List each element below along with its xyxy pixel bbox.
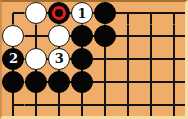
intersection: [94, 93, 117, 116]
intersection: [71, 25, 94, 48]
intersection: [94, 48, 117, 71]
intersection: [162, 93, 185, 116]
intersection: [116, 25, 139, 48]
intersection: 1: [71, 2, 94, 25]
intersection: [162, 2, 185, 25]
stone-black: [71, 71, 93, 93]
stone-black: [94, 2, 116, 24]
intersection: [25, 25, 48, 48]
intersection: [25, 48, 48, 71]
intersection: [139, 70, 162, 93]
intersection: 2: [2, 48, 25, 71]
move-number-label: 2: [9, 52, 18, 65]
intersection: [48, 25, 71, 48]
intersection: [139, 25, 162, 48]
intersection: [139, 2, 162, 25]
intersection: [48, 93, 71, 116]
intersection: [116, 2, 139, 25]
intersection: [2, 2, 25, 25]
stone-white: [48, 25, 70, 47]
intersection: [116, 48, 139, 71]
intersection: [71, 93, 94, 116]
intersection: [162, 25, 185, 48]
intersection: [139, 48, 162, 71]
intersection: [2, 25, 25, 48]
intersection: [162, 70, 185, 93]
stone-black: [71, 48, 93, 70]
intersection: 3: [48, 48, 71, 71]
intersection: [71, 48, 94, 71]
stone-black: [48, 2, 70, 24]
intersection: [116, 70, 139, 93]
stone-white: [2, 25, 24, 47]
stone-black: [2, 71, 24, 93]
intersection: [71, 70, 94, 93]
intersection: [25, 93, 48, 116]
move-number-label: 1: [78, 7, 87, 20]
intersection: [48, 2, 71, 25]
stone-white-move-3: 3: [48, 48, 70, 70]
intersection: [94, 25, 117, 48]
intersection: [25, 70, 48, 93]
stone-black: [48, 71, 70, 93]
go-diagram: 123: [0, 0, 188, 119]
stone-black-move-2: 2: [2, 48, 24, 70]
go-board-grid: 123: [2, 2, 185, 116]
intersection: [94, 70, 117, 93]
intersection: [139, 93, 162, 116]
stone-black: [94, 25, 116, 47]
intersection: [25, 2, 48, 25]
stone-white-move-1: 1: [71, 2, 93, 24]
intersection: [2, 70, 25, 93]
stone-black: [71, 25, 93, 47]
stone-white: [25, 2, 47, 24]
intersection: [94, 2, 117, 25]
stone-white: [25, 48, 47, 70]
circle-mark-icon: [52, 6, 66, 20]
intersection: [162, 48, 185, 71]
intersection: [48, 70, 71, 93]
intersection: [116, 93, 139, 116]
stone-black: [25, 71, 47, 93]
intersection: [2, 93, 25, 116]
move-number-label: 3: [55, 52, 64, 65]
